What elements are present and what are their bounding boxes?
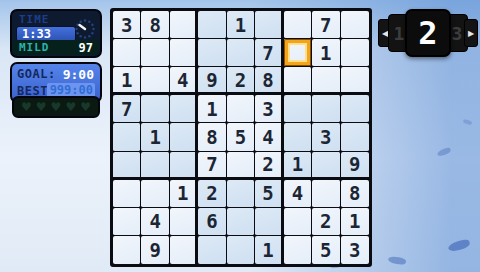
cell-r7c6[interactable]: 5	[255, 180, 283, 208]
selector-current-number[interactable]: 2	[405, 9, 451, 57]
hearts-row: ♥♥♥♥♥	[14, 98, 98, 116]
cell-r5c1[interactable]	[113, 123, 141, 151]
cell-r6c5[interactable]	[227, 152, 255, 180]
cell-r4c4[interactable]: 1	[198, 95, 226, 123]
cell-r3c5[interactable]: 2	[227, 67, 255, 95]
cell-r2c9[interactable]	[341, 39, 369, 67]
cell-r3c3[interactable]: 4	[170, 67, 198, 95]
cell-r1c8[interactable]: 7	[312, 11, 340, 39]
cell-r5c2[interactable]: 1	[141, 123, 169, 151]
time-label: TIME	[19, 13, 50, 26]
puzzle-number: 97	[79, 41, 93, 55]
cell-r7c7[interactable]: 4	[284, 180, 312, 208]
number-selector: ◀ 1 2 3 ▶	[378, 9, 478, 57]
cell-r9c6[interactable]: 1	[255, 236, 283, 264]
cell-r4c8[interactable]	[312, 95, 340, 123]
cell-r9c9[interactable]: 3	[341, 236, 369, 264]
cell-r7c4[interactable]: 2	[198, 180, 226, 208]
cell-r4c5[interactable]	[227, 95, 255, 123]
cell-r3c1[interactable]: 1	[113, 67, 141, 95]
fish-decoration	[387, 255, 406, 266]
cell-r3c8[interactable]	[312, 67, 340, 95]
cell-r5c8[interactable]: 3	[312, 123, 340, 151]
cell-r3c7[interactable]	[284, 67, 312, 95]
difficulty-label: MILD	[19, 41, 50, 54]
cell-r5c3[interactable]	[170, 123, 198, 151]
cell-r3c2[interactable]	[141, 67, 169, 95]
cell-r8c9[interactable]: 1	[341, 208, 369, 236]
heart-icon: ♥	[36, 101, 47, 113]
selector-right-arrow-icon[interactable]: ▶	[464, 19, 478, 47]
cell-r4c9[interactable]	[341, 95, 369, 123]
cell-r1c9[interactable]	[341, 11, 369, 39]
cell-r8c8[interactable]: 2	[312, 208, 340, 236]
cell-r1c1[interactable]: 3	[113, 11, 141, 39]
cell-r7c2[interactable]	[141, 180, 169, 208]
time-panel: TIME 1:33 MILD 97	[10, 9, 102, 58]
cell-r6c2[interactable]	[141, 152, 169, 180]
heart-icon: ♥	[51, 101, 62, 113]
cell-r7c8[interactable]	[312, 180, 340, 208]
cell-r5c9[interactable]	[341, 123, 369, 151]
cell-r6c8[interactable]	[312, 152, 340, 180]
cell-r5c6[interactable]: 4	[255, 123, 283, 151]
clock-icon	[74, 18, 96, 40]
cell-r6c3[interactable]	[170, 152, 198, 180]
fish-decoration	[447, 238, 471, 252]
goal-value: 9:00	[63, 67, 94, 82]
cell-r5c5[interactable]: 5	[227, 123, 255, 151]
cell-r1c7[interactable]	[284, 11, 312, 39]
heart-icon: ♥	[21, 101, 32, 113]
cell-r9c8[interactable]: 5	[312, 236, 340, 264]
sudoku-board: 381771149287131854372191254846219153	[110, 8, 372, 267]
cell-r2c6[interactable]: 7	[255, 39, 283, 67]
cell-r4c3[interactable]	[170, 95, 198, 123]
goal-label: GOAL:	[17, 67, 56, 81]
lives-panel: ♥♥♥♥♥	[12, 96, 100, 118]
cell-r1c6[interactable]	[255, 11, 283, 39]
cell-r6c4[interactable]: 7	[198, 152, 226, 180]
cell-r2c3[interactable]	[170, 39, 198, 67]
fish-decoration	[436, 147, 451, 157]
difficulty-strip: MILD 97	[13, 40, 99, 55]
cell-r1c5[interactable]: 1	[227, 11, 255, 39]
cell-r8c5[interactable]	[227, 208, 255, 236]
cell-r8c1[interactable]	[113, 208, 141, 236]
cell-r8c7[interactable]	[284, 208, 312, 236]
cell-r8c6[interactable]	[255, 208, 283, 236]
cell-r6c6[interactable]: 2	[255, 152, 283, 180]
cell-r2c2[interactable]	[141, 39, 169, 67]
cell-r9c2[interactable]: 9	[141, 236, 169, 264]
cell-r7c9[interactable]: 8	[341, 180, 369, 208]
cell-r4c2[interactable]	[141, 95, 169, 123]
cell-r6c7[interactable]: 1	[284, 152, 312, 180]
cell-r1c2[interactable]: 8	[141, 11, 169, 39]
cell-r4c1[interactable]: 7	[113, 95, 141, 123]
cell-r3c9[interactable]	[341, 67, 369, 95]
cell-r7c3[interactable]: 1	[170, 180, 198, 208]
cell-r6c9[interactable]: 9	[341, 152, 369, 180]
fish-decoration	[463, 119, 473, 126]
cell-r5c4[interactable]: 8	[198, 123, 226, 151]
cell-r2c7[interactable]	[284, 39, 312, 67]
cell-r9c5[interactable]	[227, 236, 255, 264]
cell-r9c1[interactable]	[113, 236, 141, 264]
cell-r3c4[interactable]: 9	[198, 67, 226, 95]
cell-r1c3[interactable]	[170, 11, 198, 39]
heart-icon: ♥	[80, 101, 91, 113]
cell-r2c1[interactable]	[113, 39, 141, 67]
cell-r2c5[interactable]	[227, 39, 255, 67]
cell-r2c8[interactable]: 1	[312, 39, 340, 67]
cell-r3c6[interactable]: 8	[255, 67, 283, 95]
cell-r4c7[interactable]	[284, 95, 312, 123]
heart-icon: ♥	[65, 101, 76, 113]
cell-r6c1[interactable]	[113, 152, 141, 180]
cell-r9c4[interactable]	[198, 236, 226, 264]
cell-r1c4[interactable]	[198, 11, 226, 39]
cell-r9c3[interactable]	[170, 236, 198, 264]
cell-r8c4[interactable]: 6	[198, 208, 226, 236]
cell-r9c7[interactable]	[284, 236, 312, 264]
cell-r7c1[interactable]	[113, 180, 141, 208]
cell-r8c3[interactable]	[170, 208, 198, 236]
cell-r7c5[interactable]	[227, 180, 255, 208]
cell-r4c6[interactable]: 3	[255, 95, 283, 123]
cell-r8c2[interactable]: 4	[141, 208, 169, 236]
cell-r2c4[interactable]	[198, 39, 226, 67]
cell-r5c7[interactable]	[284, 123, 312, 151]
